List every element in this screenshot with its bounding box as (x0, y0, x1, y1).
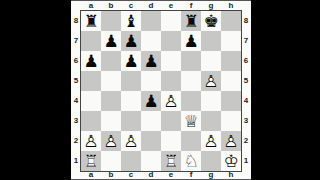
square-g1 (201, 151, 221, 171)
square-b2: ♟♙ (101, 131, 121, 151)
file-label-h: h (221, 170, 241, 180)
rank-label-8: 8 (241, 11, 251, 31)
square-f8: ♜ (181, 11, 201, 31)
white-knight: ♞♘ (181, 151, 201, 171)
rank-label-5: 5 (241, 71, 251, 91)
chess-board: ♜♝♜♚♟♟♟♟♟♟♟♙♟♟♙♛♕♟♙♟♙♟♙♟♙♟♙♜♖♜♖♞♘♚♔ (81, 11, 241, 171)
rank-label-7: 7 (241, 31, 251, 51)
rank-label-7: 7 (71, 31, 81, 51)
file-label-c: c (121, 170, 141, 180)
square-d8 (141, 11, 161, 31)
black-pawn: ♟ (81, 51, 101, 71)
rank-label-1: 1 (241, 151, 251, 171)
square-a6: ♟ (81, 51, 101, 71)
square-a5 (81, 71, 101, 91)
square-d4: ♟ (141, 91, 161, 111)
rank-label-3: 3 (71, 111, 81, 131)
square-c1 (121, 151, 141, 171)
square-h1: ♚♔ (221, 151, 241, 171)
file-label-a: a (81, 170, 101, 180)
square-a8: ♜ (81, 11, 101, 31)
square-b4 (101, 91, 121, 111)
square-a2: ♟♙ (81, 131, 101, 151)
square-e1: ♜♖ (161, 151, 181, 171)
rank-label-4: 4 (71, 91, 81, 111)
white-pawn: ♟♙ (221, 131, 241, 151)
file-label-g: g (201, 1, 221, 11)
file-label-b: b (101, 1, 121, 11)
square-b6 (101, 51, 121, 71)
white-pawn: ♟♙ (161, 91, 181, 111)
square-b7: ♟ (101, 31, 121, 51)
square-f2 (181, 131, 201, 151)
file-label-a: a (81, 1, 101, 11)
square-c4 (121, 91, 141, 111)
square-d2 (141, 131, 161, 151)
square-h8 (221, 11, 241, 31)
square-d5 (141, 71, 161, 91)
black-rook: ♜ (81, 11, 101, 31)
file-label-c: c (121, 1, 141, 11)
square-f7: ♟ (181, 31, 201, 51)
square-c8: ♝ (121, 11, 141, 31)
square-h6 (221, 51, 241, 71)
square-d7 (141, 31, 161, 51)
rank-labels-right: 87654321 (241, 11, 251, 171)
square-g6 (201, 51, 221, 71)
square-h2: ♟♙ (221, 131, 241, 151)
square-e3 (161, 111, 181, 131)
black-rook: ♜ (181, 11, 201, 31)
file-label-f: f (181, 1, 201, 11)
square-c6: ♟ (121, 51, 141, 71)
square-f3: ♛♕ (181, 111, 201, 131)
square-a4 (81, 91, 101, 111)
chess-diagram-panel: abcdefgh 87654321 ♜♝♜♚♟♟♟♟♟♟♟♙♟♟♙♛♕♟♙♟♙♟… (71, 0, 251, 180)
file-label-d: d (141, 1, 161, 11)
square-a7 (81, 31, 101, 51)
square-g7 (201, 31, 221, 51)
file-label-e: e (161, 1, 181, 11)
rank-label-3: 3 (241, 111, 251, 131)
square-h7 (221, 31, 241, 51)
square-f1: ♞♘ (181, 151, 201, 171)
rank-label-8: 8 (71, 11, 81, 31)
square-f6 (181, 51, 201, 71)
rank-labels-left: 87654321 (71, 11, 81, 171)
black-pawn: ♟ (141, 91, 161, 111)
rank-label-2: 2 (71, 131, 81, 151)
black-pawn: ♟ (141, 51, 161, 71)
square-a1: ♜♖ (81, 151, 101, 171)
rank-label-1: 1 (71, 151, 81, 171)
rank-label-4: 4 (241, 91, 251, 111)
black-pawn: ♟ (181, 31, 201, 51)
file-label-g: g (201, 170, 221, 180)
square-f4 (181, 91, 201, 111)
square-e4: ♟♙ (161, 91, 181, 111)
rank-label-5: 5 (71, 71, 81, 91)
square-b5 (101, 71, 121, 91)
file-label-e: e (161, 170, 181, 180)
square-h4 (221, 91, 241, 111)
black-pawn: ♟ (121, 51, 141, 71)
square-b1 (101, 151, 121, 171)
square-c2: ♟♙ (121, 131, 141, 151)
rank-label-2: 2 (241, 131, 251, 151)
file-label-h: h (221, 1, 241, 11)
black-king: ♚ (201, 11, 221, 31)
square-h5 (221, 71, 241, 91)
square-f5 (181, 71, 201, 91)
white-pawn: ♟♙ (101, 131, 121, 151)
file-label-f: f (181, 170, 201, 180)
rank-label-6: 6 (71, 51, 81, 71)
square-b8 (101, 11, 121, 31)
file-labels-bottom: abcdefgh (81, 170, 241, 180)
square-a3 (81, 111, 101, 131)
square-g5: ♟♙ (201, 71, 221, 91)
square-h3 (221, 111, 241, 131)
black-bishop: ♝ (121, 11, 141, 31)
black-pawn: ♟ (121, 31, 141, 51)
square-c5 (121, 71, 141, 91)
square-g3 (201, 111, 221, 131)
square-e2 (161, 131, 181, 151)
square-e7 (161, 31, 181, 51)
black-pawn: ♟ (101, 31, 121, 51)
square-g8: ♚ (201, 11, 221, 31)
square-e5 (161, 71, 181, 91)
square-g2: ♟♙ (201, 131, 221, 151)
rank-label-6: 6 (241, 51, 251, 71)
square-b3 (101, 111, 121, 131)
square-d1 (141, 151, 161, 171)
square-c3 (121, 111, 141, 131)
white-queen: ♛♕ (181, 111, 201, 131)
white-pawn: ♟♙ (201, 131, 221, 151)
square-e6 (161, 51, 181, 71)
white-pawn: ♟♙ (81, 131, 101, 151)
square-c7: ♟ (121, 31, 141, 51)
square-d6: ♟ (141, 51, 161, 71)
file-label-b: b (101, 170, 121, 180)
white-pawn: ♟♙ (201, 71, 221, 91)
file-labels-top: abcdefgh (81, 1, 241, 11)
white-rook: ♜♖ (161, 151, 181, 171)
white-pawn: ♟♙ (121, 131, 141, 151)
square-g4 (201, 91, 221, 111)
white-king: ♚♔ (221, 151, 241, 171)
file-label-d: d (141, 170, 161, 180)
square-e8 (161, 11, 181, 31)
white-rook: ♜♖ (81, 151, 101, 171)
video-frame: abcdefgh 87654321 ♜♝♜♚♟♟♟♟♟♟♟♙♟♟♙♛♕♟♙♟♙♟… (0, 0, 320, 180)
square-d3 (141, 111, 161, 131)
